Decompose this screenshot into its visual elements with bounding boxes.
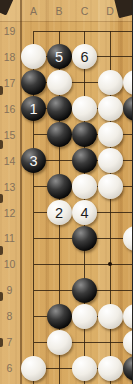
row-label: 7: [1, 337, 18, 347]
row-label: 10: [1, 259, 18, 269]
row-label: 19: [1, 26, 18, 36]
stone-black[interactable]: [47, 304, 72, 329]
stone-white[interactable]: [98, 174, 123, 199]
star-point: [108, 262, 112, 266]
plank-gap-mark: [0, 246, 3, 255]
row-label: 17: [1, 78, 18, 88]
row-label: 11: [1, 233, 18, 243]
row-label: 16: [1, 104, 18, 114]
grid-line-horizontal: [34, 31, 133, 32]
stone-white[interactable]: [98, 148, 123, 173]
row-label: 9: [1, 285, 18, 295]
column-label: A: [26, 6, 42, 16]
board-edge-seam: [0, 21, 132, 22]
stone-white[interactable]: [72, 356, 97, 381]
stone-black[interactable]: [47, 174, 72, 199]
stone-white[interactable]: [21, 44, 46, 69]
stone-white[interactable]: [98, 70, 123, 95]
row-label: 15: [1, 130, 18, 140]
row-label: 8: [1, 311, 18, 321]
row-label: 18: [1, 52, 18, 62]
stone-white[interactable]: [21, 356, 46, 381]
stone-black[interactable]: [21, 70, 46, 95]
stone-white[interactable]: [98, 122, 123, 147]
stone-white[interactable]: [72, 174, 97, 199]
column-label: B: [51, 6, 67, 16]
stone-white[interactable]: [98, 304, 123, 329]
stone-black[interactable]: [72, 278, 97, 303]
go-board-photo: ABCD191817161514131211109876561324: [0, 0, 132, 384]
grid-line-horizontal: [34, 264, 133, 265]
stone-white[interactable]: [47, 330, 72, 355]
stone-white[interactable]: [123, 70, 132, 95]
stone-move-number: 5: [55, 49, 63, 65]
stone-white[interactable]: [98, 356, 123, 381]
stone-black[interactable]: 5: [47, 44, 72, 69]
plank-gap-mark: [0, 86, 3, 95]
stone-white[interactable]: 4: [72, 200, 97, 225]
stone-white[interactable]: [123, 226, 132, 251]
stone-black[interactable]: [47, 122, 72, 147]
stone-move-number: 2: [55, 205, 63, 221]
stone-black[interactable]: [123, 356, 132, 381]
stone-white[interactable]: 6: [72, 44, 97, 69]
plank-gap-mark: [0, 338, 3, 347]
stone-black[interactable]: [72, 226, 97, 251]
stone-white[interactable]: [123, 330, 132, 355]
plank-gap-mark: [0, 140, 3, 149]
stone-move-number: 4: [80, 205, 88, 221]
stone-white[interactable]: [72, 304, 97, 329]
stone-white[interactable]: [72, 96, 97, 121]
stone-white[interactable]: [98, 96, 123, 121]
plank-gap-mark: [0, 194, 3, 203]
stone-black[interactable]: 1: [21, 96, 46, 121]
stone-black[interactable]: [47, 96, 72, 121]
stone-white[interactable]: 2: [47, 200, 72, 225]
row-label: 6: [1, 363, 18, 373]
row-label: 13: [1, 182, 18, 192]
column-label: C: [77, 6, 93, 16]
row-label: 14: [1, 156, 18, 166]
plank-gap-mark: [0, 292, 3, 301]
stone-move-number: 6: [80, 49, 88, 65]
stone-black[interactable]: [72, 148, 97, 173]
stone-move-number: 3: [29, 153, 37, 169]
stone-black[interactable]: 3: [21, 148, 46, 173]
stone-white[interactable]: [123, 304, 132, 329]
stone-move-number: 1: [29, 101, 37, 117]
row-label: 12: [1, 208, 18, 218]
stone-black[interactable]: [123, 96, 132, 121]
stone-white[interactable]: [47, 70, 72, 95]
stone-black[interactable]: [72, 122, 97, 147]
